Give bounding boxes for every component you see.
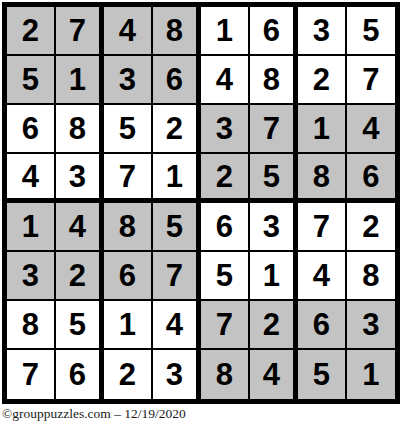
cell-r3c6: 7 [250,105,299,154]
cell-r6c8: 8 [347,252,396,301]
cell-r4c1: 4 [7,154,56,203]
cell-r3c5: 3 [201,105,250,154]
copyright-caption: ©grouppuzzles.com – 12/19/2020 [2,404,400,424]
cell-r8c1: 7 [7,350,56,399]
cell-r5c4: 5 [153,203,202,252]
cell-r5c7: 7 [298,203,347,252]
cell-r5c1: 1 [7,203,56,252]
cell-r2c8: 7 [347,56,396,105]
cell-r7c2: 5 [56,301,105,350]
cell-r6c5: 5 [201,252,250,301]
cell-r2c3: 3 [104,56,153,105]
cell-r3c3: 5 [104,105,153,154]
puzzle-page: 2748163551364827685237144371258614856372… [0,0,402,424]
cell-r6c2: 2 [56,252,105,301]
cell-r2c7: 2 [298,56,347,105]
cell-r8c8: 1 [347,350,396,399]
cell-r2c2: 1 [56,56,105,105]
cell-r8c3: 2 [104,350,153,399]
cell-r1c1: 2 [7,7,56,56]
cell-r4c7: 8 [298,154,347,203]
cell-r4c8: 6 [347,154,396,203]
cell-r7c6: 2 [250,301,299,350]
cell-r3c4: 2 [153,105,202,154]
cell-r7c8: 3 [347,301,396,350]
cell-r1c3: 4 [104,7,153,56]
cell-r8c6: 4 [250,350,299,399]
cell-r1c5: 1 [201,7,250,56]
cell-r1c8: 5 [347,7,396,56]
cell-r6c4: 7 [153,252,202,301]
cell-r7c7: 6 [298,301,347,350]
cell-r3c2: 8 [56,105,105,154]
cell-r8c7: 5 [298,350,347,399]
cell-r6c7: 4 [298,252,347,301]
cell-r4c2: 3 [56,154,105,203]
cell-r2c4: 6 [153,56,202,105]
cell-r1c4: 8 [153,7,202,56]
cell-r4c4: 1 [153,154,202,203]
cell-r5c5: 6 [201,203,250,252]
cell-r6c6: 1 [250,252,299,301]
cell-r8c4: 3 [153,350,202,399]
cell-r4c6: 5 [250,154,299,203]
cell-r6c1: 3 [7,252,56,301]
cell-r4c5: 2 [201,154,250,203]
cell-r6c3: 6 [104,252,153,301]
cell-r2c1: 5 [7,56,56,105]
cell-r7c4: 4 [153,301,202,350]
cell-r5c6: 3 [250,203,299,252]
cell-r8c2: 6 [56,350,105,399]
sudoku-8-board: 2748163551364827685237144371258614856372… [2,2,400,404]
cell-r3c7: 1 [298,105,347,154]
cell-r8c5: 8 [201,350,250,399]
cell-r1c7: 3 [298,7,347,56]
cell-r7c1: 8 [7,301,56,350]
cell-r3c1: 6 [7,105,56,154]
cell-r5c8: 2 [347,203,396,252]
cell-r1c2: 7 [56,7,105,56]
cell-r5c3: 8 [104,203,153,252]
cell-r3c8: 4 [347,105,396,154]
cell-r4c3: 7 [104,154,153,203]
cell-r2c5: 4 [201,56,250,105]
cell-r1c6: 6 [250,7,299,56]
cell-r5c2: 4 [56,203,105,252]
cell-r7c5: 7 [201,301,250,350]
cell-r7c3: 1 [104,301,153,350]
cell-r2c6: 8 [250,56,299,105]
